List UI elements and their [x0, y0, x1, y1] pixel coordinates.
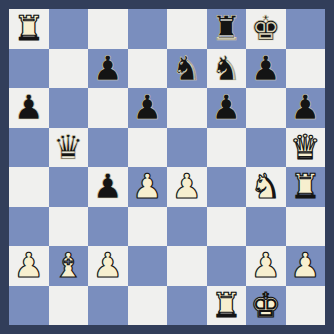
square-a3[interactable] [9, 207, 49, 247]
piece-white-queen[interactable]: ♛ [290, 128, 320, 167]
piece-white-pawn[interactable]: ♟ [14, 246, 44, 285]
piece-white-pawn[interactable]: ♟ [251, 246, 281, 285]
square-b1[interactable] [49, 286, 89, 326]
piece-white-pawn[interactable]: ♟ [93, 246, 123, 285]
square-h3[interactable] [286, 207, 326, 247]
square-d1[interactable] [128, 286, 168, 326]
square-b5[interactable]: ♛ [49, 128, 89, 168]
piece-black-pawn[interactable]: ♟ [211, 88, 241, 127]
piece-black-pawn[interactable]: ♟ [93, 167, 123, 206]
square-f2[interactable] [207, 246, 247, 286]
square-e1[interactable] [167, 286, 207, 326]
piece-black-knight[interactable]: ♞ [172, 49, 202, 88]
square-a5[interactable] [9, 128, 49, 168]
square-h4[interactable]: ♜ [286, 167, 326, 207]
square-a2[interactable]: ♟ [9, 246, 49, 286]
square-a8[interactable]: ♜ [9, 9, 49, 49]
square-e5[interactable] [167, 128, 207, 168]
square-b7[interactable] [49, 49, 89, 89]
square-e2[interactable] [167, 246, 207, 286]
square-g4[interactable]: ♞ [246, 167, 286, 207]
square-g7[interactable]: ♟ [246, 49, 286, 89]
piece-white-rook[interactable]: ♜ [290, 167, 320, 206]
square-e7[interactable]: ♞ [167, 49, 207, 89]
square-d2[interactable] [128, 246, 168, 286]
square-f8[interactable]: ♜ [207, 9, 247, 49]
square-b3[interactable] [49, 207, 89, 247]
square-b8[interactable] [49, 9, 89, 49]
square-d6[interactable]: ♟ [128, 88, 168, 128]
square-c2[interactable]: ♟ [88, 246, 128, 286]
square-a7[interactable] [9, 49, 49, 89]
square-c3[interactable] [88, 207, 128, 247]
square-g3[interactable] [246, 207, 286, 247]
piece-black-pawn[interactable]: ♟ [14, 88, 44, 127]
piece-black-king[interactable]: ♚ [251, 9, 281, 48]
square-g1[interactable]: ♚ [246, 286, 286, 326]
piece-black-pawn[interactable]: ♟ [132, 88, 162, 127]
piece-white-pawn[interactable]: ♟ [172, 167, 202, 206]
square-a6[interactable]: ♟ [9, 88, 49, 128]
square-f4[interactable] [207, 167, 247, 207]
square-f5[interactable] [207, 128, 247, 168]
square-e4[interactable]: ♟ [167, 167, 207, 207]
piece-black-queen[interactable]: ♛ [53, 128, 83, 167]
square-d4[interactable]: ♟ [128, 167, 168, 207]
square-h2[interactable]: ♟ [286, 246, 326, 286]
piece-black-pawn[interactable]: ♟ [93, 49, 123, 88]
square-e6[interactable] [167, 88, 207, 128]
square-d8[interactable] [128, 9, 168, 49]
square-g2[interactable]: ♟ [246, 246, 286, 286]
square-d3[interactable] [128, 207, 168, 247]
piece-white-bishop[interactable]: ♝ [53, 246, 83, 285]
piece-white-rook[interactable]: ♜ [14, 9, 44, 48]
square-f3[interactable] [207, 207, 247, 247]
square-e3[interactable] [167, 207, 207, 247]
square-c4[interactable]: ♟ [88, 167, 128, 207]
piece-black-pawn[interactable]: ♟ [251, 49, 281, 88]
piece-white-pawn[interactable]: ♟ [290, 246, 320, 285]
square-h1[interactable] [286, 286, 326, 326]
chess-board: ♜♜♚♟♞♞♟♟♟♟♟♛♛♟♟♟♞♜♟♝♟♟♟♜♚ [9, 9, 325, 325]
square-c5[interactable] [88, 128, 128, 168]
square-f1[interactable]: ♜ [207, 286, 247, 326]
square-g8[interactable]: ♚ [246, 9, 286, 49]
piece-white-pawn[interactable]: ♟ [132, 167, 162, 206]
square-b4[interactable] [49, 167, 89, 207]
square-d5[interactable] [128, 128, 168, 168]
piece-white-rook[interactable]: ♜ [211, 286, 241, 325]
square-c8[interactable] [88, 9, 128, 49]
square-g5[interactable] [246, 128, 286, 168]
square-a4[interactable] [9, 167, 49, 207]
square-h7[interactable] [286, 49, 326, 89]
piece-black-knight[interactable]: ♞ [211, 49, 241, 88]
piece-black-pawn[interactable]: ♟ [290, 88, 320, 127]
square-h5[interactable]: ♛ [286, 128, 326, 168]
piece-white-king[interactable]: ♚ [251, 286, 281, 325]
square-d7[interactable] [128, 49, 168, 89]
square-b6[interactable] [49, 88, 89, 128]
square-e8[interactable] [167, 9, 207, 49]
square-f6[interactable]: ♟ [207, 88, 247, 128]
square-g6[interactable] [246, 88, 286, 128]
square-c7[interactable]: ♟ [88, 49, 128, 89]
board-frame: ♜♜♚♟♞♞♟♟♟♟♟♛♛♟♟♟♞♜♟♝♟♟♟♜♚ [0, 0, 334, 334]
square-h8[interactable] [286, 9, 326, 49]
square-a1[interactable] [9, 286, 49, 326]
square-c1[interactable] [88, 286, 128, 326]
piece-black-rook[interactable]: ♜ [211, 9, 241, 48]
square-h6[interactable]: ♟ [286, 88, 326, 128]
piece-white-knight[interactable]: ♞ [251, 167, 281, 206]
square-c6[interactable] [88, 88, 128, 128]
square-f7[interactable]: ♞ [207, 49, 247, 89]
square-b2[interactable]: ♝ [49, 246, 89, 286]
